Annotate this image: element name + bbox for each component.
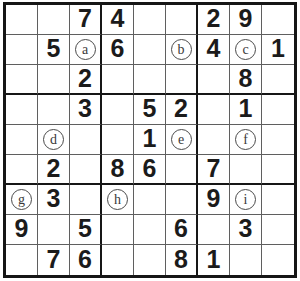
cell-r2c9: 1 [262,35,294,65]
circled-letter-i: i [235,189,256,210]
given-digit: 9 [239,6,253,31]
cell-r7c9[interactable] [262,185,294,215]
cell-r6c9[interactable] [262,155,294,185]
cell-r5c3[interactable] [70,125,102,155]
cell-r8c7[interactable] [198,215,230,245]
given-digit: 8 [174,247,188,272]
given-digit: 8 [239,66,253,91]
given-digit: 7 [78,6,92,31]
given-digit: 6 [78,247,92,272]
cell-r9c6: 8 [166,245,198,275]
given-digit: 8 [111,156,125,181]
cell-r5c5: 1 [134,125,166,155]
cell-r2c2: 5 [38,35,70,65]
cell-r1c6[interactable] [166,5,198,35]
cell-r7c5[interactable] [134,185,166,215]
circled-letter-b: b [171,39,192,60]
cell-r9c3: 6 [70,245,102,275]
given-digit: 7 [207,156,221,181]
cell-r1c9[interactable] [262,5,294,35]
cell-r7c3[interactable] [70,185,102,215]
cell-r5c4[interactable] [102,125,134,155]
given-digit: 6 [143,156,157,181]
cell-r1c3: 7 [70,5,102,35]
cell-r5c2: d [38,125,70,155]
cell-r2c5[interactable] [134,35,166,65]
cell-r9c4[interactable] [102,245,134,275]
cell-r4c7[interactable] [198,95,230,125]
cell-r3c8: 8 [230,65,262,95]
cell-r6c3[interactable] [70,155,102,185]
cell-r6c5: 6 [134,155,166,185]
circled-letter-h: h [107,189,128,210]
cell-r5c6: e [166,125,198,155]
cell-r3c2[interactable] [38,65,70,95]
cell-r4c8: 1 [230,95,262,125]
cell-r1c8: 9 [230,5,262,35]
cell-r3c1[interactable] [6,65,38,95]
cell-r5c9[interactable] [262,125,294,155]
circled-letter-a: a [75,39,96,60]
circled-letter-e: e [171,129,192,150]
cell-r6c8[interactable] [230,155,262,185]
cell-r8c4[interactable] [102,215,134,245]
cell-r2c7: 4 [198,35,230,65]
cell-r2c6: b [166,35,198,65]
cell-r9c5[interactable] [134,245,166,275]
cell-r5c7[interactable] [198,125,230,155]
cell-r9c9[interactable] [262,245,294,275]
cell-r1c2[interactable] [38,5,70,35]
cell-r7c8: i [230,185,262,215]
given-digit: 9 [15,216,29,241]
cell-r9c1[interactable] [6,245,38,275]
cell-r8c1: 9 [6,215,38,245]
cell-r7c6[interactable] [166,185,198,215]
cell-r1c5[interactable] [134,5,166,35]
cell-r8c3: 5 [70,215,102,245]
cell-r3c3: 2 [70,65,102,95]
cell-r4c4[interactable] [102,95,134,125]
cell-r4c1[interactable] [6,95,38,125]
given-digit: 4 [111,6,125,31]
cell-r4c6: 2 [166,95,198,125]
cell-r1c1[interactable] [6,5,38,35]
circled-letter-f: f [235,129,256,150]
given-digit: 2 [47,156,61,181]
cell-r4c9[interactable] [262,95,294,125]
given-digit: 3 [239,216,253,241]
cell-r7c2: 3 [38,185,70,215]
cell-r7c4: h [102,185,134,215]
circled-letter-g: g [11,189,32,210]
given-digit: 4 [207,36,221,61]
cell-r3c9[interactable] [262,65,294,95]
cell-r6c6[interactable] [166,155,198,185]
cell-r6c4: 8 [102,155,134,185]
given-digit: 5 [143,96,157,121]
cell-r8c8: 3 [230,215,262,245]
cell-r2c1[interactable] [6,35,38,65]
cell-r2c3: a [70,35,102,65]
circled-letter-c: c [235,39,256,60]
cell-r3c6[interactable] [166,65,198,95]
cell-r2c4: 6 [102,35,134,65]
given-digit: 1 [271,36,285,61]
cell-r6c1[interactable] [6,155,38,185]
cell-r2c8: c [230,35,262,65]
cell-r8c5[interactable] [134,215,166,245]
cell-r8c9[interactable] [262,215,294,245]
cell-r9c2: 7 [38,245,70,275]
cell-r4c5: 5 [134,95,166,125]
cell-r3c4[interactable] [102,65,134,95]
cell-r1c4: 4 [102,5,134,35]
given-digit: 5 [47,36,61,61]
given-digit: 2 [207,6,221,31]
given-digit: 6 [174,216,188,241]
circled-letter-d: d [43,129,64,150]
given-digit: 1 [239,96,253,121]
cell-r6c2: 2 [38,155,70,185]
cell-r3c5[interactable] [134,65,166,95]
cell-r3c7[interactable] [198,65,230,95]
given-digit: 7 [47,247,61,272]
cell-r7c7: 9 [198,185,230,215]
given-digit: 3 [47,186,61,211]
cell-r7c1: g [6,185,38,215]
given-digit: 3 [78,96,92,121]
cell-r9c7: 1 [198,245,230,275]
given-digit: 2 [78,66,92,91]
given-digit: 5 [78,216,92,241]
cell-r4c2[interactable] [38,95,70,125]
given-digit: 2 [174,96,188,121]
cell-r4c3: 3 [70,95,102,125]
cell-r5c1[interactable] [6,125,38,155]
given-digit: 1 [207,247,221,272]
sudoku-board: 74295a6b4c1283521d1ef2867g3h9i95637681 [3,2,297,278]
cell-r9c8[interactable] [230,245,262,275]
given-digit: 1 [143,126,157,151]
cell-r8c2[interactable] [38,215,70,245]
cell-r1c7: 2 [198,5,230,35]
cell-r5c8: f [230,125,262,155]
given-digit: 9 [207,186,221,211]
given-digit: 6 [111,36,125,61]
cell-r8c6: 6 [166,215,198,245]
cell-r6c7: 7 [198,155,230,185]
